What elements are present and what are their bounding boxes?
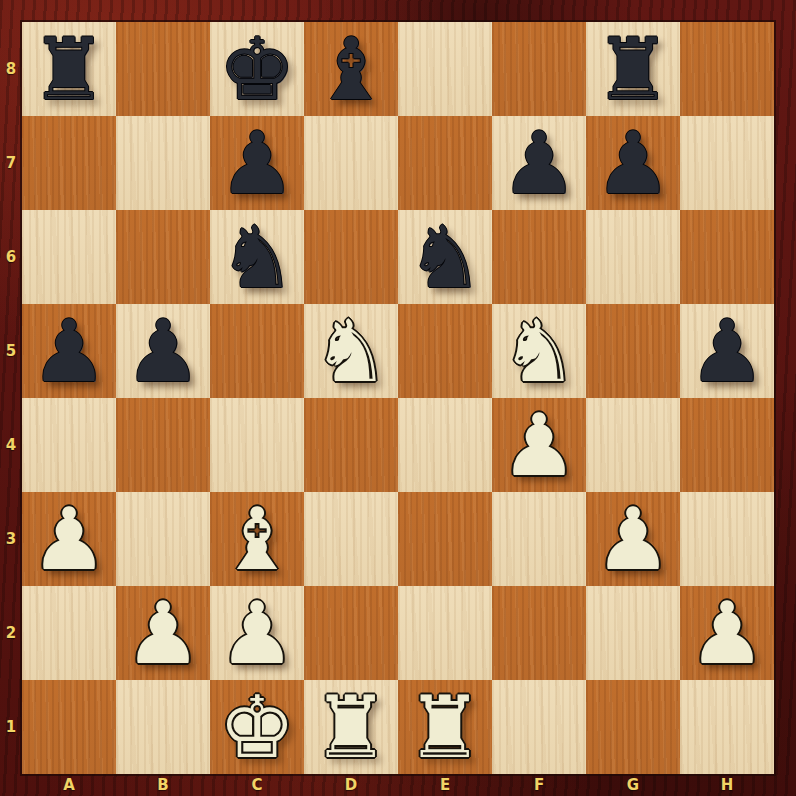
piece-white-pawn-f4[interactable]: ♟ bbox=[500, 398, 577, 492]
square-d2[interactable] bbox=[304, 586, 398, 680]
square-d7[interactable] bbox=[304, 116, 398, 210]
rank-label-4: 4 bbox=[0, 398, 22, 492]
square-c1[interactable]: ♚ bbox=[210, 680, 304, 774]
square-e2[interactable] bbox=[398, 586, 492, 680]
square-e4[interactable] bbox=[398, 398, 492, 492]
board-frame: ♜♚♝♜♟♟♟♞♞♟♟♞♞♟♟♟♝♟♟♟♟♚♜♜ 87654321 ABCDEF… bbox=[0, 0, 796, 796]
square-h6[interactable] bbox=[680, 210, 774, 304]
square-d3[interactable] bbox=[304, 492, 398, 586]
square-d4[interactable] bbox=[304, 398, 398, 492]
piece-white-bishop-c3[interactable]: ♝ bbox=[218, 492, 295, 586]
piece-white-king-c1[interactable]: ♚ bbox=[218, 680, 295, 774]
square-c3[interactable]: ♝ bbox=[210, 492, 304, 586]
square-a8[interactable]: ♜ bbox=[22, 22, 116, 116]
square-b5[interactable]: ♟ bbox=[116, 304, 210, 398]
square-e7[interactable] bbox=[398, 116, 492, 210]
file-label-c: C bbox=[210, 774, 304, 796]
square-a5[interactable]: ♟ bbox=[22, 304, 116, 398]
piece-black-king-c8[interactable]: ♚ bbox=[218, 22, 295, 116]
square-f8[interactable] bbox=[492, 22, 586, 116]
square-d5[interactable]: ♞ bbox=[304, 304, 398, 398]
square-b2[interactable]: ♟ bbox=[116, 586, 210, 680]
piece-white-rook-d1[interactable]: ♜ bbox=[312, 680, 389, 774]
square-h3[interactable] bbox=[680, 492, 774, 586]
square-b3[interactable] bbox=[116, 492, 210, 586]
square-c2[interactable]: ♟ bbox=[210, 586, 304, 680]
square-e8[interactable] bbox=[398, 22, 492, 116]
square-g7[interactable]: ♟ bbox=[586, 116, 680, 210]
square-a2[interactable] bbox=[22, 586, 116, 680]
square-g1[interactable] bbox=[586, 680, 680, 774]
piece-white-knight-d5[interactable]: ♞ bbox=[312, 304, 389, 398]
square-f3[interactable] bbox=[492, 492, 586, 586]
square-h7[interactable] bbox=[680, 116, 774, 210]
square-b4[interactable] bbox=[116, 398, 210, 492]
square-a6[interactable] bbox=[22, 210, 116, 304]
file-label-a: A bbox=[22, 774, 116, 796]
rank-label-7: 7 bbox=[0, 116, 22, 210]
file-label-e: E bbox=[398, 774, 492, 796]
piece-black-rook-a8[interactable]: ♜ bbox=[30, 22, 107, 116]
square-f1[interactable] bbox=[492, 680, 586, 774]
file-label-d: D bbox=[304, 774, 398, 796]
square-e5[interactable] bbox=[398, 304, 492, 398]
square-g6[interactable] bbox=[586, 210, 680, 304]
square-e1[interactable]: ♜ bbox=[398, 680, 492, 774]
rank-label-5: 5 bbox=[0, 304, 22, 398]
square-a4[interactable] bbox=[22, 398, 116, 492]
square-a1[interactable] bbox=[22, 680, 116, 774]
piece-black-pawn-b5[interactable]: ♟ bbox=[124, 304, 201, 398]
square-c8[interactable]: ♚ bbox=[210, 22, 304, 116]
square-f4[interactable]: ♟ bbox=[492, 398, 586, 492]
square-e6[interactable]: ♞ bbox=[398, 210, 492, 304]
file-label-f: F bbox=[492, 774, 586, 796]
rank-label-1: 1 bbox=[0, 680, 22, 774]
piece-white-rook-e1[interactable]: ♜ bbox=[406, 680, 483, 774]
piece-white-pawn-a3[interactable]: ♟ bbox=[30, 492, 107, 586]
file-label-g: G bbox=[586, 774, 680, 796]
square-b1[interactable] bbox=[116, 680, 210, 774]
square-h2[interactable]: ♟ bbox=[680, 586, 774, 680]
square-c4[interactable] bbox=[210, 398, 304, 492]
file-label-h: H bbox=[680, 774, 774, 796]
square-f5[interactable]: ♞ bbox=[492, 304, 586, 398]
square-a7[interactable] bbox=[22, 116, 116, 210]
piece-white-pawn-g3[interactable]: ♟ bbox=[594, 492, 671, 586]
square-d6[interactable] bbox=[304, 210, 398, 304]
piece-black-rook-g8[interactable]: ♜ bbox=[594, 22, 671, 116]
square-f6[interactable] bbox=[492, 210, 586, 304]
square-c6[interactable]: ♞ bbox=[210, 210, 304, 304]
square-d1[interactable]: ♜ bbox=[304, 680, 398, 774]
rank-label-2: 2 bbox=[0, 586, 22, 680]
square-b8[interactable] bbox=[116, 22, 210, 116]
square-b7[interactable] bbox=[116, 116, 210, 210]
square-b6[interactable] bbox=[116, 210, 210, 304]
file-label-b: B bbox=[116, 774, 210, 796]
square-e3[interactable] bbox=[398, 492, 492, 586]
piece-black-pawn-g7[interactable]: ♟ bbox=[594, 116, 671, 210]
rank-label-8: 8 bbox=[0, 22, 22, 116]
piece-black-pawn-c7[interactable]: ♟ bbox=[218, 116, 295, 210]
piece-black-pawn-a5[interactable]: ♟ bbox=[30, 304, 107, 398]
rank-label-3: 3 bbox=[0, 492, 22, 586]
rank-label-6: 6 bbox=[0, 210, 22, 304]
square-g4[interactable] bbox=[586, 398, 680, 492]
square-h1[interactable] bbox=[680, 680, 774, 774]
piece-white-pawn-b2[interactable]: ♟ bbox=[124, 586, 201, 680]
square-h5[interactable]: ♟ bbox=[680, 304, 774, 398]
piece-black-knight-e6[interactable]: ♞ bbox=[406, 210, 483, 304]
square-g8[interactable]: ♜ bbox=[586, 22, 680, 116]
square-g3[interactable]: ♟ bbox=[586, 492, 680, 586]
square-c7[interactable]: ♟ bbox=[210, 116, 304, 210]
piece-black-bishop-d8[interactable]: ♝ bbox=[312, 22, 389, 116]
square-f2[interactable] bbox=[492, 586, 586, 680]
square-h4[interactable] bbox=[680, 398, 774, 492]
square-f7[interactable]: ♟ bbox=[492, 116, 586, 210]
piece-black-pawn-h5[interactable]: ♟ bbox=[688, 304, 765, 398]
square-g5[interactable] bbox=[586, 304, 680, 398]
square-g2[interactable] bbox=[586, 586, 680, 680]
piece-white-knight-f5[interactable]: ♞ bbox=[500, 304, 577, 398]
piece-black-knight-c6[interactable]: ♞ bbox=[218, 210, 295, 304]
chess-board: ♜♚♝♜♟♟♟♞♞♟♟♞♞♟♟♟♝♟♟♟♟♚♜♜ bbox=[22, 22, 774, 774]
square-c5[interactable] bbox=[210, 304, 304, 398]
piece-black-pawn-f7[interactable]: ♟ bbox=[500, 116, 577, 210]
square-h8[interactable] bbox=[680, 22, 774, 116]
piece-white-pawn-h2[interactable]: ♟ bbox=[688, 586, 765, 680]
square-d8[interactable]: ♝ bbox=[304, 22, 398, 116]
piece-white-pawn-c2[interactable]: ♟ bbox=[218, 586, 295, 680]
square-a3[interactable]: ♟ bbox=[22, 492, 116, 586]
